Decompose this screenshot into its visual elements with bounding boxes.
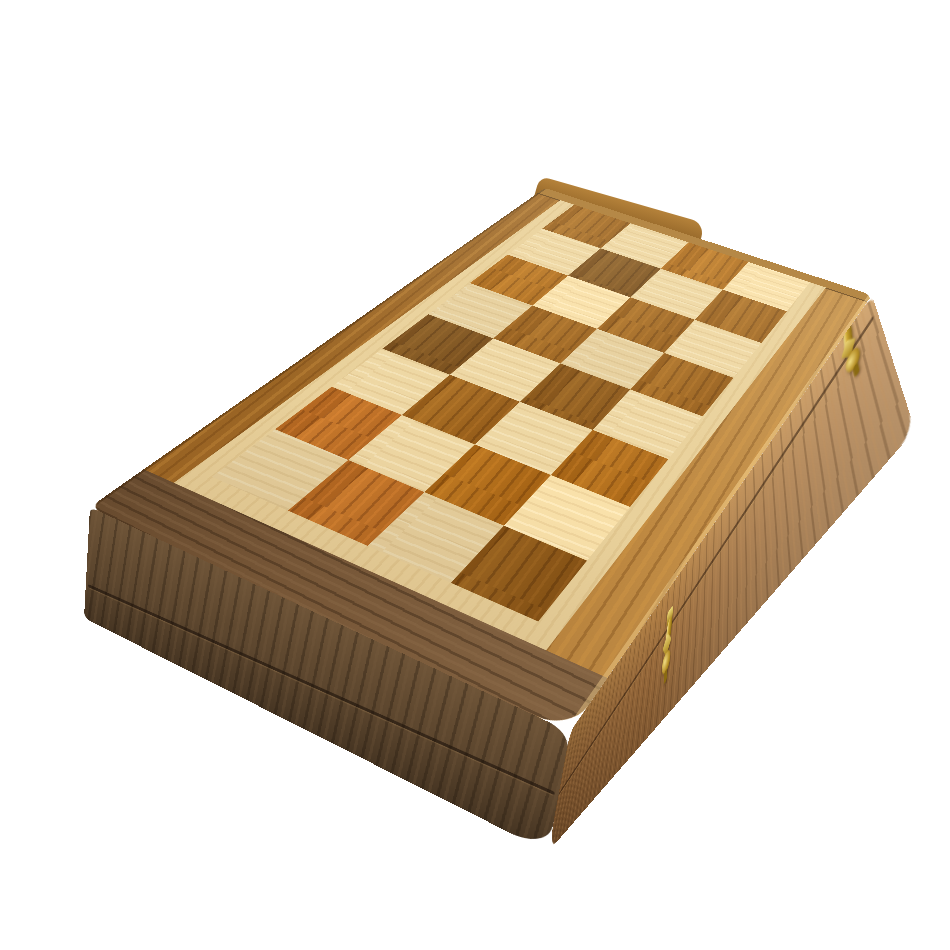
product-photo-chess-box bbox=[0, 0, 950, 950]
brass-clasp-lower[interactable] bbox=[657, 599, 678, 694]
